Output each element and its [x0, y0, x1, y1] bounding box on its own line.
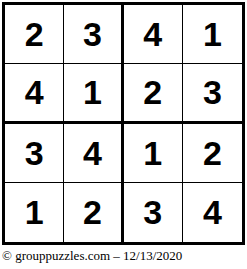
- cell-r2c1[interactable]: 4: [5, 64, 64, 123]
- cell-r4c2[interactable]: 2: [64, 183, 123, 242]
- cell-r1c1[interactable]: 2: [5, 5, 64, 64]
- cell-r3c1[interactable]: 3: [5, 124, 64, 183]
- cell-r2c3[interactable]: 2: [124, 64, 183, 123]
- footer-credit: © grouppuzzles.com – 12/13/2020: [2, 248, 245, 264]
- cell-r3c4[interactable]: 2: [183, 124, 242, 183]
- cell-r1c2[interactable]: 3: [64, 5, 123, 64]
- cell-r1c3[interactable]: 4: [124, 5, 183, 64]
- cell-r2c4[interactable]: 3: [183, 64, 242, 123]
- cell-r4c1[interactable]: 1: [5, 183, 64, 242]
- cell-r4c3[interactable]: 3: [124, 183, 183, 242]
- cell-r3c2[interactable]: 4: [64, 124, 123, 183]
- cell-r3c3[interactable]: 1: [124, 124, 183, 183]
- sudoku-board: 2 3 4 1 4 1 2 3 3 4 1 2 1 2 3 4: [2, 2, 245, 245]
- cell-r4c4[interactable]: 4: [183, 183, 242, 242]
- cell-r1c4[interactable]: 1: [183, 5, 242, 64]
- puzzle-page: 2 3 4 1 4 1 2 3 3 4 1 2 1 2 3 4 © groupp…: [0, 0, 247, 269]
- cell-r2c2[interactable]: 1: [64, 64, 123, 123]
